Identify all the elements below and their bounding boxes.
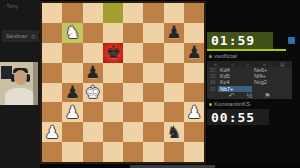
square-d8[interactable] (103, 3, 123, 23)
move-list: 32Kd4Ne6+33Kd5Nf4+34Kc4Nxg235Nb7+ (207, 67, 292, 92)
square-c3[interactable] (83, 102, 103, 122)
piece-white-p-b3[interactable]: ♟ (65, 104, 80, 121)
square-a6[interactable] (42, 43, 62, 63)
bottom-player-clock: 00:55 (207, 109, 269, 125)
top-player-status-dot (209, 55, 212, 58)
square-d2[interactable] (103, 122, 123, 142)
square-e6[interactable] (123, 43, 143, 63)
move-row-33: 33Kd5Nf4+ (207, 73, 292, 79)
square-b8[interactable] (62, 3, 82, 23)
square-f8[interactable] (143, 3, 163, 23)
square-f7[interactable] (143, 23, 163, 43)
square-h5[interactable] (184, 63, 204, 83)
piece-white-p-a2[interactable]: ♟ (45, 124, 60, 141)
square-e8[interactable] (123, 3, 143, 23)
square-c1[interactable] (83, 142, 103, 162)
board-frame: ♞♟♚♟♟♟♚♟♟♟♞ (40, 1, 206, 164)
bottom-strip (40, 164, 300, 168)
square-a3[interactable] (42, 102, 62, 122)
prev-move-icon[interactable]: ‹ (231, 62, 233, 67)
square-d1[interactable] (103, 142, 123, 162)
first-move-icon[interactable]: « (214, 62, 217, 67)
sidebar-top-text: · Tony (3, 3, 18, 9)
square-e7[interactable] (123, 23, 143, 43)
phone-icon[interactable]: ✆ (31, 33, 36, 40)
square-c6[interactable] (83, 43, 103, 63)
resign-icon[interactable]: ⚑ (264, 92, 270, 99)
bottom-player-name[interactable]: KonstantinKS (214, 101, 250, 107)
bottom-player-row: KonstantinKS (209, 100, 250, 108)
square-e1[interactable] (123, 142, 143, 162)
square-b2[interactable] (62, 122, 82, 142)
square-h2[interactable] (184, 122, 204, 142)
square-a8[interactable] (42, 3, 62, 23)
move-black-32[interactable]: Ne6+ (252, 67, 292, 73)
move-white-33[interactable]: Kd5 (218, 73, 252, 79)
square-g8[interactable] (164, 3, 184, 23)
square-f3[interactable] (143, 102, 163, 122)
call-label: Sandman (6, 33, 31, 39)
move-row-32: 32Kd4Ne6+ (207, 67, 292, 73)
webcam-face (14, 70, 27, 85)
top-player-name[interactable]: vsofficial (214, 53, 237, 59)
game-panel: 01:59 vsofficial «‹›»▤ 32Kd4Ne6+33Kd5Nf4… (207, 0, 300, 168)
square-a1[interactable] (42, 142, 62, 162)
square-g1[interactable] (164, 142, 184, 162)
board-list-icon[interactable]: ▤ (280, 62, 285, 67)
app-window: · Tony Sandman ✆ ♞♟♚♟♟♟♚♟♟♟♞ abcdefgh 01… (0, 0, 300, 168)
webcam-video (0, 62, 38, 105)
square-e5[interactable] (123, 63, 143, 83)
square-c5[interactable]: ♟ (83, 63, 103, 83)
move-black-34[interactable]: Nxg2 (252, 79, 292, 85)
bottom-strip-highlight (130, 165, 215, 168)
square-a4[interactable] (42, 83, 62, 103)
square-f2[interactable] (143, 122, 163, 142)
square-f5[interactable] (143, 63, 163, 83)
left-sidebar: · Tony Sandman ✆ (0, 0, 40, 168)
square-g6[interactable] (164, 43, 184, 63)
offer-draw-icon[interactable]: ½ (246, 92, 252, 99)
square-a2[interactable]: ♟ (42, 122, 62, 142)
square-h4[interactable] (184, 83, 204, 103)
square-g3[interactable] (164, 102, 184, 122)
piece-black-p-c5[interactable]: ♟ (85, 64, 100, 81)
square-f1[interactable] (143, 142, 163, 162)
top-player-clock: 01:59 (207, 32, 273, 49)
square-b3[interactable]: ♟ (62, 102, 82, 122)
square-d3[interactable] (103, 102, 123, 122)
move-row-34: 34Kc4Nxg2 (207, 79, 292, 85)
board[interactable]: ♞♟♚♟♟♟♚♟♟♟♞ (42, 3, 204, 162)
square-b6[interactable] (62, 43, 82, 63)
last-move-icon[interactable]: » (263, 62, 266, 67)
piece-white-p-h3[interactable]: ♟ (187, 104, 202, 121)
square-f4[interactable] (143, 83, 163, 103)
square-e4[interactable] (123, 83, 143, 103)
next-move-icon[interactable]: › (247, 62, 249, 67)
square-e3[interactable] (123, 102, 143, 122)
square-h6[interactable]: ♟ (184, 43, 204, 63)
square-c8[interactable] (83, 3, 103, 23)
square-b5[interactable] (62, 63, 82, 83)
square-d4[interactable] (103, 83, 123, 103)
square-c7[interactable] (83, 23, 103, 43)
call-card[interactable]: Sandman ✆ (2, 30, 39, 42)
piece-black-k-d6[interactable]: ♚ (105, 44, 120, 61)
square-a7[interactable] (42, 23, 62, 43)
square-g2[interactable]: ♞ (164, 122, 184, 142)
square-d5[interactable] (103, 63, 123, 83)
move-black-33[interactable]: Nf4+ (252, 73, 292, 79)
piece-black-p-h6[interactable]: ♟ (187, 44, 202, 61)
square-g7[interactable]: ♟ (164, 23, 184, 43)
move-number: 33 (207, 73, 218, 79)
square-c4[interactable]: ♚ (83, 83, 103, 103)
active-clock-bar (207, 49, 286, 51)
move-white-32[interactable]: Kd4 (218, 67, 252, 73)
move-white-35[interactable]: Nb7+ (218, 86, 252, 92)
piece-white-n-b7[interactable]: ♞ (65, 24, 80, 41)
piece-black-p-g7[interactable]: ♟ (166, 24, 181, 41)
move-actions-bar: ↶½⚑ (207, 92, 292, 100)
piece-white-k-c4[interactable]: ♚ (85, 84, 100, 101)
square-f6[interactable] (143, 43, 163, 63)
blue-indicator-icon[interactable] (288, 37, 295, 44)
move-number: 35 (207, 86, 218, 92)
webcam-shadow (33, 62, 38, 105)
square-c2[interactable] (83, 122, 103, 142)
square-h7[interactable] (184, 23, 204, 43)
square-h1[interactable] (184, 142, 204, 162)
piece-black-p-b4[interactable]: ♟ (65, 84, 80, 101)
takeback-icon[interactable]: ↶ (229, 92, 235, 99)
square-b1[interactable] (62, 142, 82, 162)
top-player-row: vsofficial (209, 52, 237, 60)
square-g4[interactable] (164, 83, 184, 103)
move-panel: «‹›»▤ 32Kd4Ne6+33Kd5Nf4+34Kc4Nxg235Nb7+ … (207, 61, 292, 99)
square-b7[interactable]: ♞ (62, 23, 82, 43)
square-h3[interactable]: ♟ (184, 102, 204, 122)
piece-black-n-g2[interactable]: ♞ (166, 124, 181, 141)
square-b4[interactable]: ♟ (62, 83, 82, 103)
square-d7[interactable] (103, 23, 123, 43)
move-white-34[interactable]: Kc4 (218, 79, 252, 85)
square-h8[interactable] (184, 3, 204, 23)
move-number: 32 (207, 67, 218, 73)
bottom-player-status-dot (209, 103, 212, 106)
square-g5[interactable] (164, 63, 184, 83)
square-d6[interactable]: ♚ (103, 43, 123, 63)
square-e2[interactable] (123, 122, 143, 142)
move-number: 34 (207, 79, 218, 85)
webcam-shirt (5, 88, 34, 105)
square-a5[interactable] (42, 63, 62, 83)
